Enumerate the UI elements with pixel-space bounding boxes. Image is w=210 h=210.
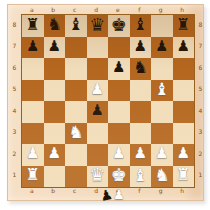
coordinate-label: c [64, 7, 86, 14]
square-h6[interactable] [173, 58, 195, 80]
white-bishop[interactable]: ♝ [154, 81, 169, 98]
coordinate-label: a [21, 7, 43, 14]
white-pawn[interactable]: ♟ [134, 146, 147, 161]
square-f6[interactable]: ♞ [130, 58, 152, 80]
white-king[interactable]: ♚ [111, 166, 127, 184]
coordinate-label: 3 [196, 122, 205, 144]
square-a5[interactable] [22, 80, 44, 102]
white-rook[interactable]: ♜ [176, 167, 190, 183]
coordinate-label: 8 [196, 14, 205, 36]
coordinate-label: 1 [196, 165, 205, 187]
coordinate-label: 4 [10, 100, 19, 122]
square-g1[interactable]: ♞ [151, 166, 173, 188]
square-f3[interactable] [130, 123, 152, 145]
square-a2[interactable]: ♟ [22, 144, 44, 166]
coordinate-label: a [21, 188, 43, 195]
square-b3[interactable] [44, 123, 66, 145]
coordinate-label: g [150, 7, 172, 14]
black-rook[interactable]: ♜ [26, 17, 40, 33]
captured-pieces-tray: ♟♟ [98, 186, 138, 210]
white-pawn[interactable]: ♟ [177, 146, 190, 161]
square-e5[interactable] [108, 80, 130, 102]
square-a7[interactable]: ♟ [22, 37, 44, 59]
demo-board-frame: abcdefgh abcdefgh 87654321 87654321 ♜♞♝♛… [7, 4, 204, 201]
square-e7[interactable] [108, 37, 130, 59]
black-king[interactable]: ♚ [111, 16, 127, 34]
square-a4[interactable] [22, 101, 44, 123]
square-d4[interactable]: ♟ [87, 101, 109, 123]
square-h3[interactable] [173, 123, 195, 145]
square-a1[interactable]: ♜ [22, 166, 44, 188]
coordinate-label: 6 [196, 57, 205, 79]
black-pawn[interactable]: ♟ [91, 103, 104, 118]
white-pawn[interactable]: ♟ [112, 146, 125, 161]
square-e1[interactable]: ♚ [108, 166, 130, 188]
square-g6[interactable] [151, 58, 173, 80]
square-c2[interactable] [65, 144, 87, 166]
black-bishop[interactable]: ♝ [68, 16, 83, 33]
square-e4[interactable] [108, 101, 130, 123]
coordinate-label: 7 [10, 36, 19, 58]
square-h8[interactable]: ♜ [173, 15, 195, 37]
white-pawn[interactable]: ♟ [91, 82, 104, 97]
square-f2[interactable]: ♟ [130, 144, 152, 166]
square-d3[interactable] [87, 123, 109, 145]
square-a6[interactable] [22, 58, 44, 80]
square-e2[interactable]: ♟ [108, 144, 130, 166]
square-e8[interactable]: ♚ [108, 15, 130, 37]
square-h1[interactable]: ♜ [173, 166, 195, 188]
coordinate-label: 8 [10, 14, 19, 36]
square-f5[interactable] [130, 80, 152, 102]
file-labels-top: abcdefgh [21, 7, 193, 14]
square-g3[interactable] [151, 123, 173, 145]
square-d1[interactable]: ♛ [87, 166, 109, 188]
captured-white-pawn[interactable]: ♟ [113, 188, 125, 201]
black-knight[interactable]: ♞ [133, 59, 148, 76]
square-a3[interactable] [22, 123, 44, 145]
coordinate-label: b [43, 7, 65, 14]
black-pawn[interactable]: ♟ [112, 60, 125, 75]
square-e6[interactable]: ♟ [108, 58, 130, 80]
square-b7[interactable]: ♟ [44, 37, 66, 59]
coordinate-label: h [172, 7, 194, 14]
white-knight[interactable]: ♞ [68, 124, 83, 141]
coordinate-label: 5 [196, 79, 205, 101]
coordinate-label: 5 [10, 79, 19, 101]
coordinate-label: 3 [10, 122, 19, 144]
square-d8[interactable]: ♛ [87, 15, 109, 37]
captured-black-pawn[interactable]: ♟ [99, 187, 114, 203]
square-h5[interactable] [173, 80, 195, 102]
square-d6[interactable] [87, 58, 109, 80]
square-e3[interactable] [108, 123, 130, 145]
coordinate-label: c [64, 188, 86, 195]
coordinate-label: 7 [196, 36, 205, 58]
coordinate-label: 6 [10, 57, 19, 79]
photo-background: abcdefgh abcdefgh 87654321 87654321 ♜♞♝♛… [0, 0, 210, 210]
square-f7[interactable]: ♟ [130, 37, 152, 59]
coordinate-label: 1 [10, 165, 19, 187]
square-h7[interactable]: ♟ [173, 37, 195, 59]
black-pawn[interactable]: ♟ [177, 39, 190, 54]
coordinate-label: g [150, 188, 172, 195]
square-d2[interactable] [87, 144, 109, 166]
square-c8[interactable]: ♝ [65, 15, 87, 37]
chess-board: ♜♞♝♛♚♝♜♟♟♟♟♟♟♞♟♝♟♞♟♟♟♟♟♟♜♛♚♝♞♜ [21, 14, 195, 188]
square-f1[interactable]: ♝ [130, 166, 152, 188]
white-queen[interactable]: ♛ [89, 166, 105, 184]
square-a8[interactable]: ♜ [22, 15, 44, 37]
square-g5[interactable]: ♝ [151, 80, 173, 102]
coordinate-label: 2 [10, 143, 19, 165]
square-f8[interactable]: ♝ [130, 15, 152, 37]
white-rook[interactable]: ♜ [26, 167, 40, 183]
black-pawn[interactable]: ♟ [26, 39, 39, 54]
square-d5[interactable]: ♟ [87, 80, 109, 102]
white-knight[interactable]: ♞ [154, 167, 169, 184]
rank-labels-left: 87654321 [10, 14, 19, 186]
square-f4[interactable] [130, 101, 152, 123]
white-pawn[interactable]: ♟ [48, 146, 61, 161]
coordinate-label: h [172, 188, 194, 195]
square-c6[interactable] [65, 58, 87, 80]
square-g2[interactable]: ♟ [151, 144, 173, 166]
square-b8[interactable]: ♞ [44, 15, 66, 37]
white-pawn[interactable]: ♟ [155, 146, 168, 161]
square-d7[interactable] [87, 37, 109, 59]
black-queen[interactable]: ♛ [89, 16, 105, 34]
white-bishop[interactable]: ♝ [133, 167, 148, 184]
black-pawn[interactable]: ♟ [48, 39, 61, 54]
square-c3[interactable]: ♞ [65, 123, 87, 145]
square-g7[interactable]: ♟ [151, 37, 173, 59]
square-h2[interactable]: ♟ [173, 144, 195, 166]
square-g4[interactable] [151, 101, 173, 123]
white-pawn[interactable]: ♟ [26, 146, 39, 161]
coordinate-label: 2 [196, 143, 205, 165]
black-rook[interactable]: ♜ [176, 17, 190, 33]
square-c4[interactable] [65, 101, 87, 123]
black-bishop[interactable]: ♝ [133, 16, 148, 33]
rank-labels-right: 87654321 [196, 14, 205, 186]
square-c1[interactable] [65, 166, 87, 188]
square-g8[interactable] [151, 15, 173, 37]
square-b1[interactable] [44, 166, 66, 188]
coordinate-label: 4 [196, 100, 205, 122]
square-b4[interactable] [44, 101, 66, 123]
square-b2[interactable]: ♟ [44, 144, 66, 166]
black-pawn[interactable]: ♟ [134, 39, 147, 54]
square-b6[interactable] [44, 58, 66, 80]
black-knight[interactable]: ♞ [47, 16, 62, 33]
square-c7[interactable] [65, 37, 87, 59]
coordinate-label: b [43, 188, 65, 195]
square-b5[interactable] [44, 80, 66, 102]
coordinate-label: f [129, 7, 151, 14]
square-h4[interactable] [173, 101, 195, 123]
square-c5[interactable] [65, 80, 87, 102]
black-pawn[interactable]: ♟ [155, 39, 168, 54]
